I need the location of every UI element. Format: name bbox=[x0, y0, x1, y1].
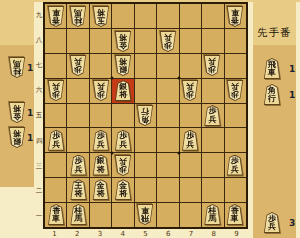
shogi-piece[interactable]: 桂馬 bbox=[69, 204, 87, 225]
kanji-top: 歩 bbox=[97, 90, 105, 99]
shogi-piece[interactable]: 歩兵 bbox=[47, 130, 65, 151]
piece-kanji: 金将 bbox=[114, 180, 132, 200]
piece-kanji: 歩兵 bbox=[114, 155, 132, 175]
rank-label: 九 bbox=[35, 3, 43, 28]
piece-kanji: 歩兵 bbox=[92, 131, 110, 151]
shogi-piece[interactable]: 歩兵 bbox=[263, 212, 281, 233]
hand-piece-count: 1 bbox=[27, 133, 33, 143]
piece-kanji: 角行 bbox=[263, 85, 281, 105]
shogi-piece[interactable]: 歩兵 bbox=[47, 80, 65, 101]
piece-kanji: 歩兵 bbox=[203, 106, 221, 126]
shogi-piece[interactable]: 歩兵 bbox=[92, 80, 110, 101]
kanji-bottom: 行 bbox=[268, 95, 276, 104]
kanji-bottom: 将 bbox=[119, 32, 127, 41]
shogi-piece[interactable]: 銀将 bbox=[114, 80, 132, 101]
piece-kanji: 香車 bbox=[47, 6, 65, 26]
kanji-bottom: 兵 bbox=[231, 166, 239, 175]
shogi-piece[interactable]: 金将 bbox=[92, 179, 110, 200]
hand-piece-slot: 歩兵 bbox=[263, 212, 281, 233]
kanji-bottom: 馬 bbox=[208, 215, 216, 224]
shogi-piece[interactable]: 香車 bbox=[226, 204, 244, 225]
shogi-piece[interactable]: 角行 bbox=[136, 105, 154, 126]
shogi-piece[interactable]: 銀将 bbox=[92, 155, 110, 176]
piece-square: 飛車 bbox=[134, 202, 156, 227]
kanji-bottom: 兵 bbox=[97, 141, 105, 150]
shogi-piece[interactable]: 金将 bbox=[8, 102, 26, 123]
piece-square: 歩兵 bbox=[90, 128, 112, 153]
piece-kanji: 桂馬 bbox=[69, 205, 87, 225]
kanji-top: 飛 bbox=[141, 214, 149, 223]
kanji-top: 香 bbox=[52, 16, 60, 25]
right-edge-strip bbox=[296, 2, 300, 238]
piece-square: 歩兵 bbox=[157, 29, 179, 54]
file-label: 8 bbox=[202, 230, 225, 238]
piece-square: 香車 bbox=[45, 202, 67, 227]
kanji-bottom: 兵 bbox=[268, 223, 276, 232]
shogi-piece[interactable]: 歩兵 bbox=[226, 80, 244, 101]
piece-square: 王将 bbox=[67, 177, 89, 202]
piece-square: 金将 bbox=[112, 177, 134, 202]
kanji-bottom: 将 bbox=[13, 104, 21, 113]
piece-kanji: 歩兵 bbox=[47, 131, 65, 151]
kanji-bottom: 車 bbox=[231, 215, 239, 224]
kanji-top: 銀 bbox=[13, 137, 21, 146]
piece-square: 歩兵 bbox=[67, 153, 89, 178]
piece-square: 歩兵 bbox=[112, 128, 134, 153]
piece-square: 銀将 bbox=[90, 153, 112, 178]
piece-kanji: 香車 bbox=[226, 205, 244, 225]
piece-square: 歩兵 bbox=[45, 78, 67, 103]
kanji-bottom: 兵 bbox=[74, 166, 82, 175]
piece-square: 歩兵 bbox=[201, 54, 223, 79]
shogi-piece[interactable]: 香車 bbox=[47, 204, 65, 225]
kanji-bottom: 兵 bbox=[208, 57, 216, 66]
shogi-piece[interactable]: 桂馬 bbox=[8, 57, 26, 78]
piece-square: 歩兵 bbox=[179, 78, 201, 103]
rank-label: 六 bbox=[35, 78, 43, 103]
shogi-piece[interactable]: 歩兵 bbox=[159, 31, 177, 52]
kanji-bottom: 兵 bbox=[119, 141, 127, 150]
piece-square: 歩兵 bbox=[224, 78, 246, 103]
piece-kanji: 桂馬 bbox=[203, 205, 221, 225]
shogi-board: 香車桂馬玉将香車金将歩兵歩兵銀将歩兵歩兵歩兵銀将歩兵歩兵角行歩兵歩兵歩兵歩兵歩兵… bbox=[43, 2, 248, 229]
shogi-app-window: 桂馬1金将1銀将1 飛車1角行1歩兵3 先手番 香車桂馬玉将香車金将歩兵歩兵銀将… bbox=[0, 0, 300, 238]
rank-label: 五 bbox=[35, 103, 43, 128]
gote-hand-tray: 飛車1角行1歩兵3 bbox=[253, 45, 296, 238]
kanji-bottom: 将 bbox=[97, 7, 105, 16]
kanji-bottom: 車 bbox=[141, 206, 149, 215]
turn-indicator: 先手番 bbox=[257, 26, 292, 40]
piece-kanji: 歩兵 bbox=[69, 55, 87, 75]
piece-square: 歩兵 bbox=[67, 54, 89, 79]
shogi-piece[interactable]: 銀将 bbox=[114, 55, 132, 76]
kanji-top: 歩 bbox=[208, 65, 216, 74]
piece-kanji: 角行 bbox=[136, 105, 154, 125]
piece-square: 桂馬 bbox=[201, 202, 223, 227]
shogi-piece[interactable]: 金将 bbox=[114, 179, 132, 200]
piece-square: 香車 bbox=[224, 4, 246, 29]
shogi-piece[interactable]: 銀将 bbox=[8, 127, 26, 148]
hand-piece-slot: 桂馬 bbox=[8, 57, 26, 78]
piece-kanji: 飛車 bbox=[263, 59, 281, 79]
kanji-bottom: 兵 bbox=[231, 82, 239, 91]
shogi-piece[interactable]: 歩兵 bbox=[226, 155, 244, 176]
kanji-top: 玉 bbox=[97, 16, 105, 25]
piece-square: 歩兵 bbox=[112, 153, 134, 178]
file-label: 5 bbox=[134, 230, 157, 238]
file-label: 9 bbox=[225, 230, 248, 238]
shogi-piece[interactable]: 飛車 bbox=[263, 58, 281, 79]
piece-square: 歩兵 bbox=[224, 153, 246, 178]
piece-kanji: 香車 bbox=[226, 6, 244, 26]
file-label: 2 bbox=[66, 230, 89, 238]
hand-piece-count: 1 bbox=[289, 64, 295, 74]
kanji-top: 銀 bbox=[119, 65, 127, 74]
hand-piece-count: 1 bbox=[289, 90, 295, 100]
shogi-piece[interactable]: 金将 bbox=[114, 31, 132, 52]
shogi-piece[interactable]: 歩兵 bbox=[69, 55, 87, 76]
piece-square: 歩兵 bbox=[179, 128, 201, 153]
file-label: 7 bbox=[180, 230, 203, 238]
piece-kanji: 銀将 bbox=[114, 81, 132, 101]
kanji-bottom: 将 bbox=[97, 190, 105, 199]
kanji-bottom: 将 bbox=[119, 190, 127, 199]
kanji-top: 歩 bbox=[52, 90, 60, 99]
shogi-piece[interactable]: 桂馬 bbox=[203, 204, 221, 225]
rank-label: 二 bbox=[35, 179, 43, 204]
kanji-bottom: 兵 bbox=[74, 57, 82, 66]
kanji-top: 歩 bbox=[186, 90, 194, 99]
file-label: 1 bbox=[43, 230, 66, 238]
piece-square: 銀将 bbox=[112, 54, 134, 79]
piece-square: 銀将 bbox=[112, 78, 134, 103]
kanji-bottom: 将 bbox=[119, 91, 127, 100]
shogi-piece[interactable]: 玉将 bbox=[92, 6, 110, 27]
kanji-bottom: 馬 bbox=[74, 215, 82, 224]
piece-kanji: 歩兵 bbox=[47, 80, 65, 100]
kanji-bottom: 兵 bbox=[208, 116, 216, 125]
kanji-bottom: 馬 bbox=[13, 59, 21, 68]
shogi-piece[interactable]: 歩兵 bbox=[92, 130, 110, 151]
rank-label: 七 bbox=[35, 53, 43, 78]
kanji-bottom: 将 bbox=[13, 129, 21, 138]
shogi-piece[interactable]: 飛車 bbox=[136, 204, 154, 225]
file-label: 4 bbox=[111, 230, 134, 238]
kanji-bottom: 将 bbox=[97, 166, 105, 175]
piece-kanji: 桂馬 bbox=[69, 6, 87, 26]
kanji-bottom: 馬 bbox=[74, 7, 82, 16]
kanji-top: 歩 bbox=[231, 90, 239, 99]
hand-piece-slot: 飛車 bbox=[263, 58, 281, 79]
piece-kanji: 金将 bbox=[114, 31, 132, 51]
piece-kanji: 歩兵 bbox=[226, 156, 244, 176]
kanji-bottom: 兵 bbox=[186, 82, 194, 91]
piece-square: 桂馬 bbox=[67, 4, 89, 29]
piece-square: 玉将 bbox=[90, 4, 112, 29]
piece-kanji: 歩兵 bbox=[69, 156, 87, 176]
kanji-bottom: 車 bbox=[231, 7, 239, 16]
kanji-bottom: 車 bbox=[52, 7, 60, 16]
shogi-piece[interactable]: 香車 bbox=[47, 6, 65, 27]
piece-square: 桂馬 bbox=[67, 202, 89, 227]
kanji-bottom: 将 bbox=[74, 190, 82, 199]
piece-kanji: 歩兵 bbox=[181, 80, 199, 100]
piece-kanji: 金将 bbox=[8, 102, 26, 122]
shogi-piece[interactable]: 歩兵 bbox=[69, 155, 87, 176]
rank-label: 八 bbox=[35, 28, 43, 53]
piece-kanji: 飛車 bbox=[136, 204, 154, 224]
piece-layer: 香車桂馬玉将香車金将歩兵歩兵銀将歩兵歩兵歩兵銀将歩兵歩兵角行歩兵歩兵歩兵歩兵歩兵… bbox=[45, 4, 246, 227]
rank-label: 三 bbox=[35, 154, 43, 179]
piece-kanji: 香車 bbox=[47, 205, 65, 225]
hand-piece-count: 1 bbox=[27, 108, 33, 118]
hand-piece-count: 3 bbox=[289, 218, 295, 228]
sente-hand-tray: 桂馬1金将1銀将1 bbox=[0, 45, 34, 187]
piece-kanji: 歩兵 bbox=[114, 131, 132, 151]
shogi-piece[interactable]: 香車 bbox=[226, 6, 244, 27]
rank-label: 四 bbox=[35, 129, 43, 154]
kanji-top: 金 bbox=[13, 112, 21, 121]
piece-square: 金将 bbox=[90, 177, 112, 202]
kanji-bottom: 将 bbox=[119, 57, 127, 66]
piece-kanji: 銀将 bbox=[8, 127, 26, 147]
piece-kanji: 歩兵 bbox=[226, 80, 244, 100]
piece-kanji: 玉将 bbox=[92, 6, 110, 26]
kanji-bottom: 行 bbox=[141, 106, 149, 115]
kanji-bottom: 兵 bbox=[52, 141, 60, 150]
kanji-bottom: 兵 bbox=[97, 82, 105, 91]
piece-square: 歩兵 bbox=[45, 128, 67, 153]
kanji-bottom: 車 bbox=[52, 215, 60, 224]
rank-label: 一 bbox=[35, 204, 43, 229]
shogi-piece[interactable]: 歩兵 bbox=[114, 130, 132, 151]
kanji-bottom: 兵 bbox=[119, 156, 127, 165]
piece-kanji: 桂馬 bbox=[8, 57, 26, 77]
piece-kanji: 歩兵 bbox=[181, 131, 199, 151]
hand-piece-slot: 角行 bbox=[263, 84, 281, 105]
piece-kanji: 金将 bbox=[92, 180, 110, 200]
piece-square: 金将 bbox=[112, 29, 134, 54]
kanji-bottom: 兵 bbox=[186, 141, 194, 150]
hand-piece-slot: 銀将 bbox=[8, 127, 26, 148]
shogi-piece[interactable]: 歩兵 bbox=[203, 105, 221, 126]
piece-square: 歩兵 bbox=[201, 103, 223, 128]
piece-kanji: 歩兵 bbox=[263, 213, 281, 233]
kanji-bottom: 兵 bbox=[164, 32, 172, 41]
shogi-piece[interactable]: 歩兵 bbox=[203, 55, 221, 76]
kanji-top: 桂 bbox=[74, 16, 82, 25]
left-bottom-panel bbox=[0, 187, 34, 238]
shogi-piece[interactable]: 角行 bbox=[263, 84, 281, 105]
file-label: 3 bbox=[89, 230, 112, 238]
shogi-piece[interactable]: 歩兵 bbox=[181, 130, 199, 151]
piece-square: 角行 bbox=[134, 103, 156, 128]
piece-kanji: 銀将 bbox=[92, 156, 110, 176]
kanji-top: 桂 bbox=[13, 67, 21, 76]
kanji-bottom: 兵 bbox=[52, 82, 60, 91]
piece-kanji: 歩兵 bbox=[92, 80, 110, 100]
kanji-bottom: 車 bbox=[268, 69, 276, 78]
shogi-piece[interactable]: 歩兵 bbox=[181, 80, 199, 101]
hand-piece-slot: 金将 bbox=[8, 102, 26, 123]
hand-piece-count: 1 bbox=[27, 63, 33, 73]
piece-kanji: 銀将 bbox=[114, 55, 132, 75]
piece-kanji: 歩兵 bbox=[203, 55, 221, 75]
piece-kanji: 歩兵 bbox=[159, 31, 177, 51]
piece-square: 香車 bbox=[224, 202, 246, 227]
kanji-top: 香 bbox=[231, 16, 239, 25]
shogi-piece[interactable]: 歩兵 bbox=[114, 155, 132, 176]
piece-kanji: 王将 bbox=[69, 180, 87, 200]
kanji-top: 角 bbox=[141, 115, 149, 124]
file-label: 6 bbox=[157, 230, 180, 238]
piece-square: 香車 bbox=[45, 4, 67, 29]
shogi-piece[interactable]: 王将 bbox=[69, 179, 87, 200]
shogi-piece[interactable]: 桂馬 bbox=[69, 6, 87, 27]
kanji-top: 歩 bbox=[74, 65, 82, 74]
piece-square: 歩兵 bbox=[90, 78, 112, 103]
